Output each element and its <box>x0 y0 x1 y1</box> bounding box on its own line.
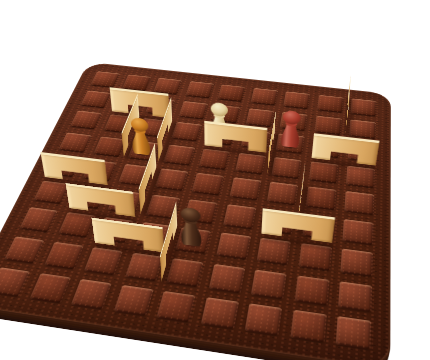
tile-e9 <box>217 84 245 101</box>
tile-f2 <box>208 263 244 292</box>
tile-b2 <box>44 241 83 269</box>
tile-b9 <box>122 74 151 91</box>
tile-h5 <box>305 186 336 210</box>
tile-h2 <box>294 275 329 305</box>
quoridor-product-photo <box>0 0 430 360</box>
tile-a3 <box>19 207 57 232</box>
tile-a6 <box>59 132 92 152</box>
tile-d2 <box>125 252 163 281</box>
tile-i4 <box>342 219 373 245</box>
quoridor-board <box>0 62 391 360</box>
tile-c1 <box>71 279 112 310</box>
pawn-brown <box>174 204 208 250</box>
tile-i9 <box>351 98 377 116</box>
tile-h7 <box>311 137 339 158</box>
perspective-wrapper <box>0 0 430 360</box>
tile-c2 <box>84 247 123 275</box>
tile-g2 <box>251 269 287 299</box>
tile-g3 <box>257 238 291 265</box>
tile-f9 <box>250 88 277 106</box>
tile-f4 <box>223 204 256 229</box>
tile-a1 <box>0 267 30 297</box>
tile-b8 <box>113 94 143 112</box>
tile-h3 <box>298 243 331 271</box>
tile-f3 <box>216 232 251 259</box>
tile-e1 <box>156 291 195 323</box>
tile-c9 <box>153 78 182 95</box>
tile-f5 <box>229 177 261 200</box>
tile-g1 <box>245 303 282 336</box>
tile-a9 <box>90 71 120 88</box>
tile-a7 <box>70 110 102 129</box>
tile-g5 <box>267 182 298 206</box>
tile-g8 <box>280 112 308 131</box>
tile-i5 <box>344 191 374 215</box>
pawn-brown-figure <box>174 204 208 250</box>
tile-f8 <box>245 108 273 127</box>
tile-i8 <box>349 119 376 138</box>
tile-e5 <box>192 173 225 196</box>
tile-g9 <box>283 91 310 109</box>
tile-f7 <box>240 130 270 150</box>
tile-i7 <box>348 141 376 162</box>
tile-i2 <box>338 281 372 312</box>
tile-b6 <box>93 136 126 157</box>
tile-a8 <box>80 90 111 108</box>
tile-b1 <box>29 273 70 303</box>
tile-h1 <box>290 310 326 343</box>
tile-d1 <box>113 285 153 316</box>
tile-e8 <box>212 104 241 123</box>
tile-f1 <box>200 297 238 329</box>
tile-d8 <box>178 101 207 119</box>
tile-i1 <box>336 316 371 350</box>
tile-h8 <box>314 115 341 134</box>
tile-i3 <box>340 249 372 277</box>
tile-d9 <box>185 81 213 98</box>
tile-b3 <box>58 212 96 238</box>
tile-e2 <box>166 258 203 287</box>
tile-c8 <box>145 97 175 115</box>
tile-a2 <box>4 236 44 263</box>
tile-h9 <box>317 95 343 113</box>
